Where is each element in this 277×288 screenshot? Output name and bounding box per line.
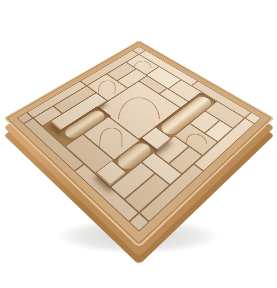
door-arch-outline [99, 128, 123, 147]
dome-arch-outline [118, 97, 160, 119]
dome-arch-outline [134, 61, 152, 68]
dome-arch-outline [185, 134, 208, 144]
blocks-layer [17, 46, 261, 231]
door-arch-outline [98, 81, 116, 94]
product-photo-canvas [0, 0, 277, 288]
